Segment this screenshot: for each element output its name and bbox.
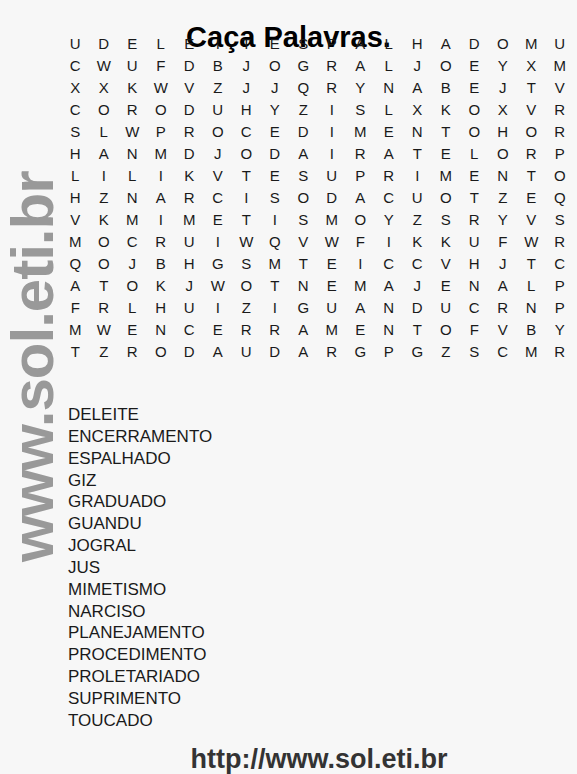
grid-cell: S bbox=[289, 165, 318, 187]
grid-cell: I bbox=[261, 208, 290, 230]
grid-cell: D bbox=[175, 143, 204, 165]
grid-cell: C bbox=[61, 55, 90, 77]
grid-cell: G bbox=[403, 340, 432, 362]
grid-cell: K bbox=[118, 77, 147, 99]
grid-cell: S bbox=[432, 208, 461, 230]
grid-cell: L bbox=[375, 99, 404, 121]
word-list-item: JOGRAL bbox=[68, 535, 212, 557]
word-list-item: SUPRIMENTO bbox=[68, 688, 212, 710]
grid-cell: A bbox=[432, 33, 461, 55]
grid-cell: V bbox=[489, 318, 518, 340]
grid-cell: W bbox=[147, 77, 176, 99]
grid-cell: N bbox=[118, 143, 147, 165]
grid-cell: E bbox=[204, 318, 233, 340]
grid-cell: M bbox=[432, 165, 461, 187]
grid-cell: C bbox=[375, 252, 404, 274]
grid-cell: G bbox=[204, 252, 233, 274]
grid-cell: A bbox=[204, 340, 233, 362]
word-list-item: PROLETARIADO bbox=[68, 666, 212, 688]
grid-cell: M bbox=[546, 55, 575, 77]
word-list-item: ESPALHADO bbox=[68, 448, 212, 470]
grid-cell: O bbox=[289, 187, 318, 209]
grid-cell: C bbox=[118, 230, 147, 252]
grid-cell: N bbox=[375, 296, 404, 318]
grid-cell: H bbox=[175, 252, 204, 274]
grid-cell: E bbox=[261, 33, 290, 55]
grid-cell: A bbox=[346, 33, 375, 55]
grid-cell: I bbox=[90, 165, 119, 187]
grid-cell: N bbox=[147, 318, 176, 340]
grid-cell: A bbox=[346, 55, 375, 77]
grid-cell: B bbox=[204, 55, 233, 77]
grid-cell: U bbox=[318, 165, 347, 187]
word-list-item: GUANDU bbox=[68, 513, 212, 535]
grid-cell: Z bbox=[289, 99, 318, 121]
grid-cell: M bbox=[175, 208, 204, 230]
grid-cell: U bbox=[175, 296, 204, 318]
grid-cell: O bbox=[432, 187, 461, 209]
grid-cell: R bbox=[546, 340, 575, 362]
word-list-item: GRADUADO bbox=[68, 491, 212, 513]
grid-cell: T bbox=[289, 252, 318, 274]
grid-cell: Z bbox=[90, 187, 119, 209]
grid-cell: W bbox=[90, 55, 119, 77]
grid-cell: Z bbox=[232, 296, 261, 318]
grid-cell: O bbox=[147, 340, 176, 362]
grid-cell: J bbox=[403, 55, 432, 77]
grid-cell: S bbox=[346, 99, 375, 121]
grid-cell: I bbox=[261, 296, 290, 318]
grid-cell: C bbox=[460, 296, 489, 318]
grid-cell: I bbox=[318, 99, 347, 121]
word-list-item: ENCERRAMENTO bbox=[68, 426, 212, 448]
grid-cell: D bbox=[403, 296, 432, 318]
grid-cell: J bbox=[261, 77, 290, 99]
grid-cell: T bbox=[517, 77, 546, 99]
grid-cell: O bbox=[232, 143, 261, 165]
grid-cell: B bbox=[517, 318, 546, 340]
grid-cell: Q bbox=[289, 77, 318, 99]
grid-cell: W bbox=[517, 230, 546, 252]
grid-cell: J bbox=[403, 274, 432, 296]
grid-cell: E bbox=[204, 208, 233, 230]
grid-cell: E bbox=[460, 165, 489, 187]
grid-cell: O bbox=[232, 274, 261, 296]
grid-cell: X bbox=[61, 77, 90, 99]
grid-cell: P bbox=[546, 143, 575, 165]
word-list-item: GIZ bbox=[68, 470, 212, 492]
grid-cell: X bbox=[489, 99, 518, 121]
grid-cell: N bbox=[375, 318, 404, 340]
grid-cell: R bbox=[175, 121, 204, 143]
grid-cell: T bbox=[460, 187, 489, 209]
grid-cell: P bbox=[546, 296, 575, 318]
grid-cell: A bbox=[61, 274, 90, 296]
grid-cell: W bbox=[204, 274, 233, 296]
grid-cell: S bbox=[61, 121, 90, 143]
grid-cell: C bbox=[175, 318, 204, 340]
grid-cell: V bbox=[517, 208, 546, 230]
footer-url: http://www.sol.eti.br bbox=[61, 744, 577, 774]
grid-cell: M bbox=[346, 274, 375, 296]
grid-cell: O bbox=[90, 99, 119, 121]
grid-cell: R bbox=[546, 99, 575, 121]
grid-cell: S bbox=[289, 33, 318, 55]
grid-cell: V bbox=[517, 99, 546, 121]
grid-cell: D bbox=[318, 187, 347, 209]
grid-cell: A bbox=[346, 296, 375, 318]
grid-cell: T bbox=[517, 165, 546, 187]
grid-cell: Z bbox=[204, 77, 233, 99]
grid-cell: I bbox=[204, 230, 233, 252]
grid-cell: E bbox=[118, 33, 147, 55]
grid-cell: R bbox=[318, 340, 347, 362]
grid-cell: U bbox=[318, 296, 347, 318]
grid-cell: R bbox=[546, 230, 575, 252]
grid-cell: N bbox=[375, 77, 404, 99]
grid-cell: U bbox=[432, 296, 461, 318]
grid-cell: O bbox=[346, 208, 375, 230]
grid-cell: A bbox=[289, 143, 318, 165]
grid-cell: T bbox=[261, 274, 290, 296]
grid-cell: O bbox=[90, 252, 119, 274]
grid-cell: R bbox=[460, 208, 489, 230]
grid-cell: G bbox=[289, 296, 318, 318]
grid-cell: Z bbox=[90, 340, 119, 362]
grid-cell: I bbox=[403, 165, 432, 187]
grid-cell: Q bbox=[546, 187, 575, 209]
grid-cell: Y bbox=[489, 55, 518, 77]
grid-cell: E bbox=[318, 252, 347, 274]
grid-cell: T bbox=[61, 340, 90, 362]
grid-cell: R bbox=[118, 340, 147, 362]
grid-cell: P bbox=[546, 274, 575, 296]
grid-cell: M bbox=[318, 318, 347, 340]
watermark-vertical-text: www.sol.eti.br bbox=[3, 162, 63, 562]
grid-cell: I bbox=[147, 165, 176, 187]
grid-cell: M bbox=[261, 252, 290, 274]
grid-cell: F bbox=[460, 318, 489, 340]
grid-cell: J bbox=[489, 77, 518, 99]
grid-cell: E bbox=[375, 121, 404, 143]
grid-cell: Y bbox=[489, 208, 518, 230]
grid-cell: E bbox=[175, 33, 204, 55]
grid-cell: U bbox=[175, 230, 204, 252]
grid-cell: L bbox=[90, 121, 119, 143]
grid-cell: J bbox=[204, 143, 233, 165]
grid-cell: R bbox=[517, 143, 546, 165]
grid-cell: G bbox=[346, 340, 375, 362]
grid-cell: S bbox=[232, 252, 261, 274]
grid-cell: R bbox=[318, 77, 347, 99]
grid-cell: U bbox=[546, 33, 575, 55]
grid-cell: Z bbox=[489, 187, 518, 209]
word-list: DELEITEENCERRAMENTOESPALHADOGIZGRADUADOG… bbox=[68, 404, 212, 732]
grid-cell: T bbox=[403, 318, 432, 340]
grid-cell: E bbox=[261, 121, 290, 143]
grid-cell: K bbox=[432, 230, 461, 252]
grid-cell: I bbox=[318, 143, 347, 165]
grid-cell: O bbox=[517, 121, 546, 143]
grid-cell: F bbox=[61, 296, 90, 318]
grid-cell: L bbox=[61, 165, 90, 187]
grid-cell: Y bbox=[261, 99, 290, 121]
grid-cell: R bbox=[118, 99, 147, 121]
grid-cell: H bbox=[61, 143, 90, 165]
word-list-item: PROCEDIMENTO bbox=[68, 644, 212, 666]
grid-cell: Y bbox=[375, 208, 404, 230]
grid-cell: W bbox=[118, 121, 147, 143]
grid-cell: A bbox=[489, 274, 518, 296]
grid-cell: T bbox=[517, 252, 546, 274]
grid-cell: C bbox=[403, 252, 432, 274]
grid-cell: Z bbox=[403, 208, 432, 230]
grid-cell: O bbox=[460, 121, 489, 143]
grid-cell: I bbox=[232, 187, 261, 209]
grid-cell: K bbox=[90, 208, 119, 230]
grid-cell: M bbox=[318, 208, 347, 230]
grid-cell: F bbox=[346, 230, 375, 252]
grid-cell: R bbox=[90, 296, 119, 318]
grid-cell: V bbox=[175, 77, 204, 99]
grid-cell: A bbox=[403, 77, 432, 99]
grid-cell: O bbox=[489, 143, 518, 165]
grid-cell: R bbox=[375, 165, 404, 187]
grid-cell: H bbox=[403, 33, 432, 55]
grid-cell: E bbox=[346, 318, 375, 340]
grid-cell: B bbox=[147, 252, 176, 274]
grid-cell: E bbox=[118, 318, 147, 340]
grid-cell: D bbox=[175, 99, 204, 121]
grid-cell: S bbox=[546, 208, 575, 230]
grid-cell: P bbox=[147, 121, 176, 143]
grid-cell: A bbox=[375, 143, 404, 165]
grid-cell: O bbox=[460, 99, 489, 121]
grid-cell: O bbox=[432, 318, 461, 340]
grid-cell: A bbox=[289, 318, 318, 340]
grid-cell: R bbox=[232, 318, 261, 340]
grid-cell: M bbox=[147, 143, 176, 165]
letter-grid: UDELEITESPALHADOMUCWUFDBJOGRALJOEYXMXXKW… bbox=[61, 33, 574, 362]
grid-cell: S bbox=[289, 208, 318, 230]
grid-cell: V bbox=[289, 230, 318, 252]
grid-cell: N bbox=[289, 274, 318, 296]
grid-cell: Y bbox=[346, 77, 375, 99]
grid-cell: S bbox=[261, 187, 290, 209]
grid-cell: I bbox=[204, 296, 233, 318]
grid-cell: I bbox=[346, 252, 375, 274]
grid-cell: E bbox=[517, 187, 546, 209]
grid-cell: L bbox=[118, 296, 147, 318]
grid-cell: O bbox=[204, 121, 233, 143]
grid-cell: J bbox=[232, 55, 261, 77]
word-list-item: MIMETISMO bbox=[68, 579, 212, 601]
grid-cell: F bbox=[489, 230, 518, 252]
grid-cell: V bbox=[204, 165, 233, 187]
grid-cell: W bbox=[318, 230, 347, 252]
grid-cell: F bbox=[147, 55, 176, 77]
grid-cell: H bbox=[460, 252, 489, 274]
grid-cell: J bbox=[175, 274, 204, 296]
grid-cell: M bbox=[118, 208, 147, 230]
grid-cell: R bbox=[489, 296, 518, 318]
grid-cell: Y bbox=[546, 318, 575, 340]
grid-cell: U bbox=[403, 187, 432, 209]
grid-cell: D bbox=[175, 340, 204, 362]
grid-cell: G bbox=[289, 55, 318, 77]
grid-cell: Q bbox=[261, 230, 290, 252]
grid-cell: T bbox=[432, 121, 461, 143]
grid-cell: K bbox=[175, 165, 204, 187]
grid-cell: A bbox=[147, 187, 176, 209]
grid-cell: D bbox=[175, 55, 204, 77]
grid-cell: M bbox=[517, 33, 546, 55]
grid-cell: R bbox=[318, 55, 347, 77]
grid-cell: I bbox=[375, 230, 404, 252]
grid-cell: A bbox=[375, 274, 404, 296]
grid-cell: D bbox=[90, 33, 119, 55]
grid-cell: L bbox=[147, 33, 176, 55]
grid-cell: U bbox=[232, 340, 261, 362]
grid-cell: Q bbox=[61, 252, 90, 274]
grid-cell: E bbox=[432, 274, 461, 296]
grid-cell: N bbox=[118, 187, 147, 209]
grid-cell: T bbox=[90, 274, 119, 296]
grid-cell: D bbox=[460, 33, 489, 55]
grid-cell: L bbox=[118, 165, 147, 187]
grid-cell: D bbox=[289, 121, 318, 143]
grid-cell: J bbox=[489, 252, 518, 274]
grid-cell: N bbox=[403, 121, 432, 143]
grid-cell: C bbox=[61, 99, 90, 121]
grid-cell: C bbox=[375, 187, 404, 209]
grid-cell: X bbox=[90, 77, 119, 99]
grid-cell: M bbox=[517, 340, 546, 362]
grid-cell: K bbox=[403, 230, 432, 252]
grid-cell: U bbox=[204, 99, 233, 121]
grid-cell: O bbox=[261, 55, 290, 77]
grid-cell: O bbox=[90, 230, 119, 252]
grid-cell: D bbox=[261, 143, 290, 165]
grid-cell: H bbox=[61, 187, 90, 209]
grid-cell: H bbox=[489, 121, 518, 143]
grid-cell: T bbox=[232, 33, 261, 55]
grid-cell: I bbox=[204, 33, 233, 55]
grid-cell: C bbox=[232, 121, 261, 143]
grid-cell: M bbox=[61, 230, 90, 252]
grid-cell: A bbox=[90, 143, 119, 165]
grid-cell: C bbox=[204, 187, 233, 209]
grid-cell: O bbox=[432, 55, 461, 77]
grid-cell: Z bbox=[432, 340, 461, 362]
grid-cell: U bbox=[460, 230, 489, 252]
grid-cell: K bbox=[147, 274, 176, 296]
grid-cell: I bbox=[147, 208, 176, 230]
grid-cell: L bbox=[375, 55, 404, 77]
grid-cell: T bbox=[232, 208, 261, 230]
grid-cell: U bbox=[118, 55, 147, 77]
grid-cell: H bbox=[232, 99, 261, 121]
grid-cell: E bbox=[432, 143, 461, 165]
grid-cell: W bbox=[232, 230, 261, 252]
grid-cell: O bbox=[489, 33, 518, 55]
grid-cell: T bbox=[232, 165, 261, 187]
grid-cell: P bbox=[346, 165, 375, 187]
grid-cell: C bbox=[489, 340, 518, 362]
grid-cell: M bbox=[61, 318, 90, 340]
grid-cell: J bbox=[232, 77, 261, 99]
grid-cell: E bbox=[460, 55, 489, 77]
grid-cell: N bbox=[489, 165, 518, 187]
grid-cell: B bbox=[432, 77, 461, 99]
grid-cell: R bbox=[261, 318, 290, 340]
grid-cell: K bbox=[432, 99, 461, 121]
word-list-item: JUS bbox=[68, 557, 212, 579]
grid-cell: X bbox=[403, 99, 432, 121]
grid-cell: O bbox=[118, 274, 147, 296]
grid-cell: C bbox=[546, 252, 575, 274]
grid-cell: A bbox=[346, 187, 375, 209]
grid-cell: V bbox=[432, 252, 461, 274]
grid-cell: J bbox=[118, 252, 147, 274]
grid-cell: H bbox=[147, 296, 176, 318]
grid-cell: L bbox=[375, 33, 404, 55]
grid-cell: E bbox=[460, 77, 489, 99]
grid-cell: P bbox=[318, 33, 347, 55]
word-list-item: TOUCADO bbox=[68, 710, 212, 732]
grid-cell: D bbox=[261, 340, 290, 362]
grid-cell: N bbox=[460, 274, 489, 296]
grid-cell: V bbox=[546, 77, 575, 99]
grid-cell: X bbox=[517, 55, 546, 77]
grid-cell: E bbox=[261, 165, 290, 187]
grid-cell: S bbox=[460, 340, 489, 362]
word-list-item: PLANEJAMENTO bbox=[68, 622, 212, 644]
grid-cell: R bbox=[346, 143, 375, 165]
grid-cell: O bbox=[147, 99, 176, 121]
grid-cell: T bbox=[403, 143, 432, 165]
grid-cell: L bbox=[460, 143, 489, 165]
grid-cell: P bbox=[375, 340, 404, 362]
grid-cell: N bbox=[517, 296, 546, 318]
grid-cell: U bbox=[61, 33, 90, 55]
word-list-item: DELEITE bbox=[68, 404, 212, 426]
grid-cell: E bbox=[318, 274, 347, 296]
grid-cell: I bbox=[318, 121, 347, 143]
grid-cell: O bbox=[546, 165, 575, 187]
grid-cell: R bbox=[147, 230, 176, 252]
grid-cell: V bbox=[61, 208, 90, 230]
grid-cell: A bbox=[289, 340, 318, 362]
grid-cell: R bbox=[546, 121, 575, 143]
word-list-item: NARCISO bbox=[68, 601, 212, 623]
grid-cell: W bbox=[90, 318, 119, 340]
grid-cell: M bbox=[346, 121, 375, 143]
grid-cell: L bbox=[517, 274, 546, 296]
grid-cell: R bbox=[175, 187, 204, 209]
